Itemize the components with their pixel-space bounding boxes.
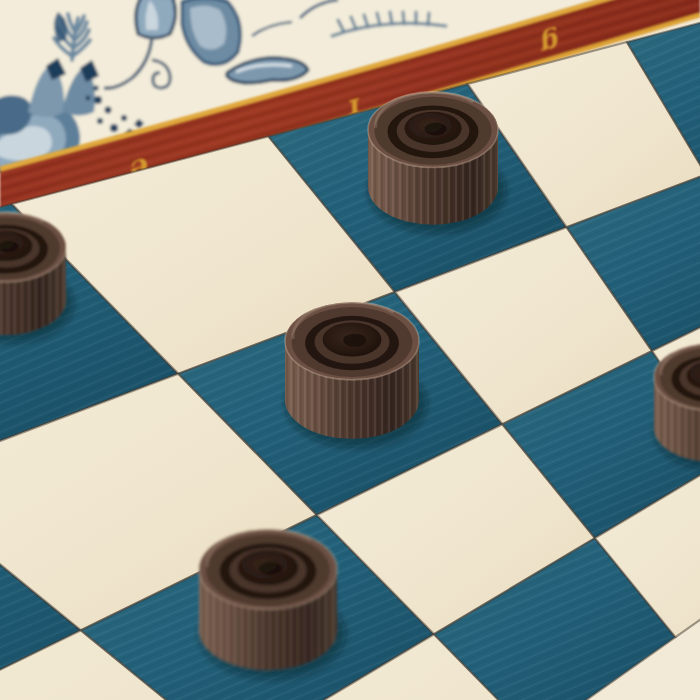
board-photo-scene: efg	[0, 0, 700, 700]
checker-piece-dark-f1[interactable]	[368, 92, 506, 233]
checker-piece-dark-d3[interactable]	[199, 529, 345, 679]
checker-piece-dark-e2[interactable]	[285, 302, 427, 447]
